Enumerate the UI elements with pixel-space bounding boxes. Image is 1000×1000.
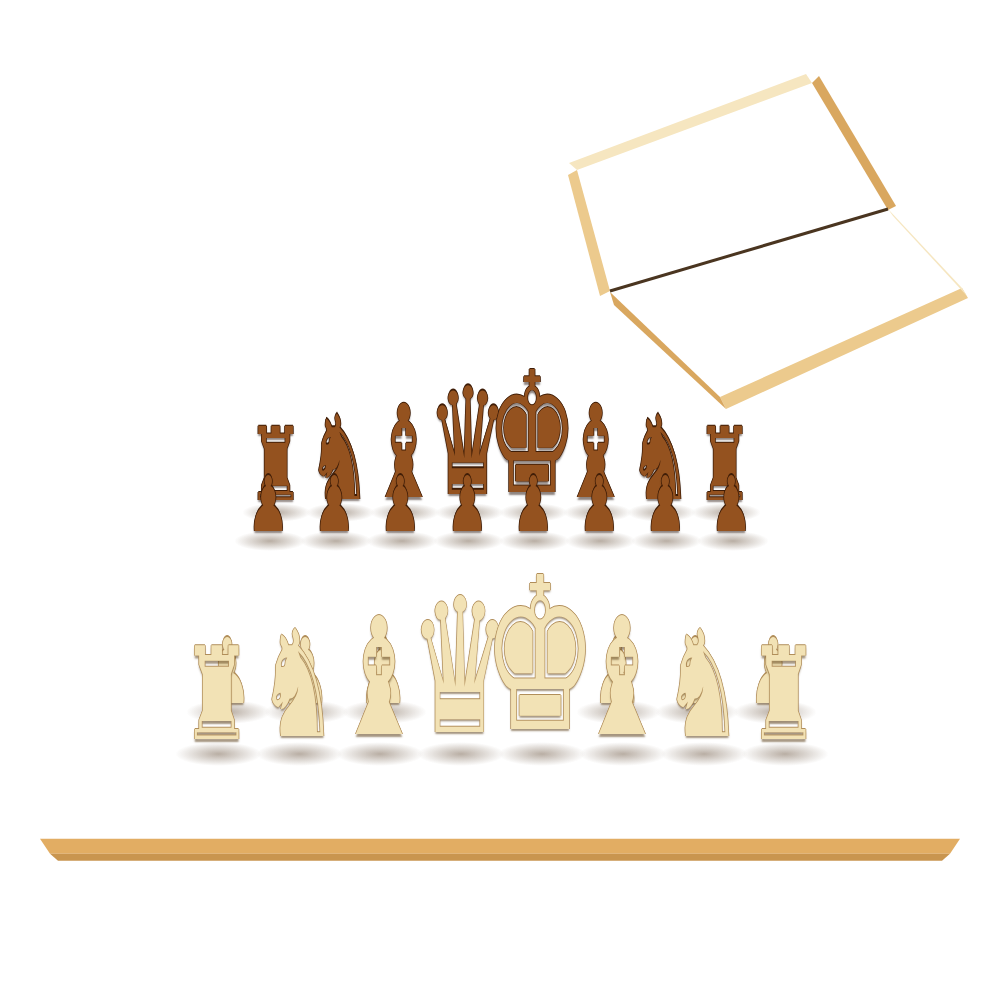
box-side-faces: [555, 65, 1000, 410]
board-edge-face: [40, 839, 960, 854]
accessory-box: ♟♜♟♝♟♞♟♞♟♝♟♟♜: [555, 65, 1000, 410]
product-photo: ♟♜♟♝♟♞♟♞♟♝♟♟♜ ♜♞♝♛♚♝♞♜♟♟♟♟♟♟♟♟♟♟♟♟♟♟♜♞♝♛…: [0, 0, 1000, 1000]
board-edge-shadow: [50, 854, 950, 861]
